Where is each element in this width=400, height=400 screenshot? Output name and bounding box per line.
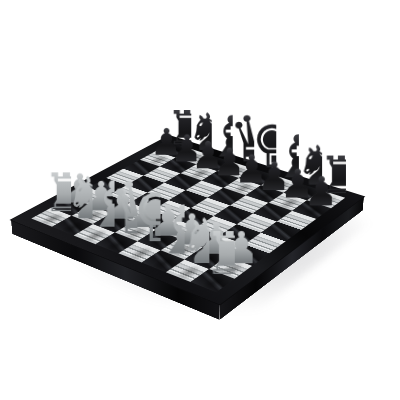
chess-board[interactable]: ♜♟♟♜♞♟♟♞♝♟♟♝♛♟♟♛♚♟♟♚♝♟♟♝♞♟♟♞♜♟♟♜	[11, 135, 364, 304]
grey-rook-h1[interactable]: ♜	[203, 224, 235, 283]
product-photo: ♜♟♟♜♞♟♟♞♝♟♟♝♛♟♟♛♚♟♟♚♝♟♟♝♞♟♟♞♜♟♟♜	[0, 0, 400, 400]
chess-set-scene: ♜♟♟♜♞♟♟♞♝♟♟♝♛♟♟♛♚♟♟♚♝♟♟♝♞♟♟♞♜♟♟♜	[11, 135, 364, 304]
black-pawn-h7[interactable]: ♟	[304, 171, 332, 211]
